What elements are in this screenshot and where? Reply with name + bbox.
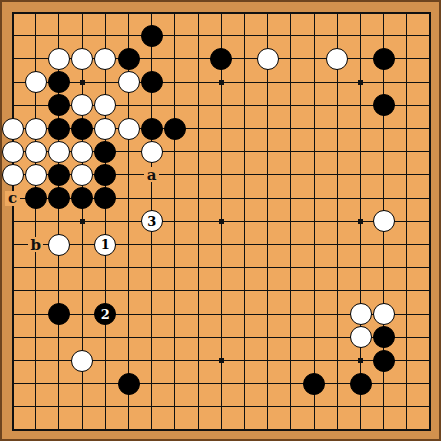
go-board: ac3b12	[0, 0, 441, 441]
black-stone	[373, 350, 395, 372]
hoshi-point	[219, 219, 224, 224]
white-stone	[25, 118, 47, 140]
label-c: c	[5, 191, 20, 206]
hoshi-point	[219, 358, 224, 363]
black-stone	[48, 71, 70, 93]
white-stone	[71, 350, 93, 372]
white-stone	[25, 71, 47, 93]
white-stone	[118, 71, 140, 93]
white-stone-move-3: 3	[141, 210, 163, 232]
black-stone	[373, 48, 395, 70]
white-stone	[25, 141, 47, 163]
hoshi-point	[358, 219, 363, 224]
white-stone	[373, 210, 395, 232]
black-stone	[118, 373, 140, 395]
white-stone	[2, 141, 24, 163]
black-stone	[48, 303, 70, 325]
black-stone	[164, 118, 186, 140]
hoshi-point	[358, 80, 363, 85]
black-stone	[118, 48, 140, 70]
white-stone	[94, 118, 116, 140]
black-stone	[48, 187, 70, 209]
black-stone	[94, 141, 116, 163]
black-stone	[48, 118, 70, 140]
black-stone	[25, 187, 47, 209]
black-stone	[373, 94, 395, 116]
white-stone	[48, 48, 70, 70]
white-stone	[118, 118, 140, 140]
white-stone	[71, 141, 93, 163]
white-stone	[350, 326, 372, 348]
hoshi-point	[219, 80, 224, 85]
hoshi-point	[80, 80, 85, 85]
white-stone	[2, 164, 24, 186]
white-stone	[373, 303, 395, 325]
label-a: a	[144, 167, 159, 182]
white-stone	[2, 118, 24, 140]
white-stone	[48, 141, 70, 163]
white-stone	[350, 303, 372, 325]
black-stone	[373, 326, 395, 348]
white-stone	[71, 164, 93, 186]
hoshi-point	[80, 219, 85, 224]
white-stone-move-1: 1	[94, 234, 116, 256]
hoshi-point	[358, 358, 363, 363]
black-stone	[48, 164, 70, 186]
black-stone	[141, 25, 163, 47]
white-stone	[257, 48, 279, 70]
black-stone	[350, 373, 372, 395]
black-stone	[71, 118, 93, 140]
white-stone	[48, 234, 70, 256]
white-stone	[71, 48, 93, 70]
white-stone	[141, 141, 163, 163]
black-stone	[141, 71, 163, 93]
white-stone	[25, 164, 47, 186]
black-stone	[141, 118, 163, 140]
label-b: b	[28, 237, 43, 252]
black-stone	[303, 373, 325, 395]
